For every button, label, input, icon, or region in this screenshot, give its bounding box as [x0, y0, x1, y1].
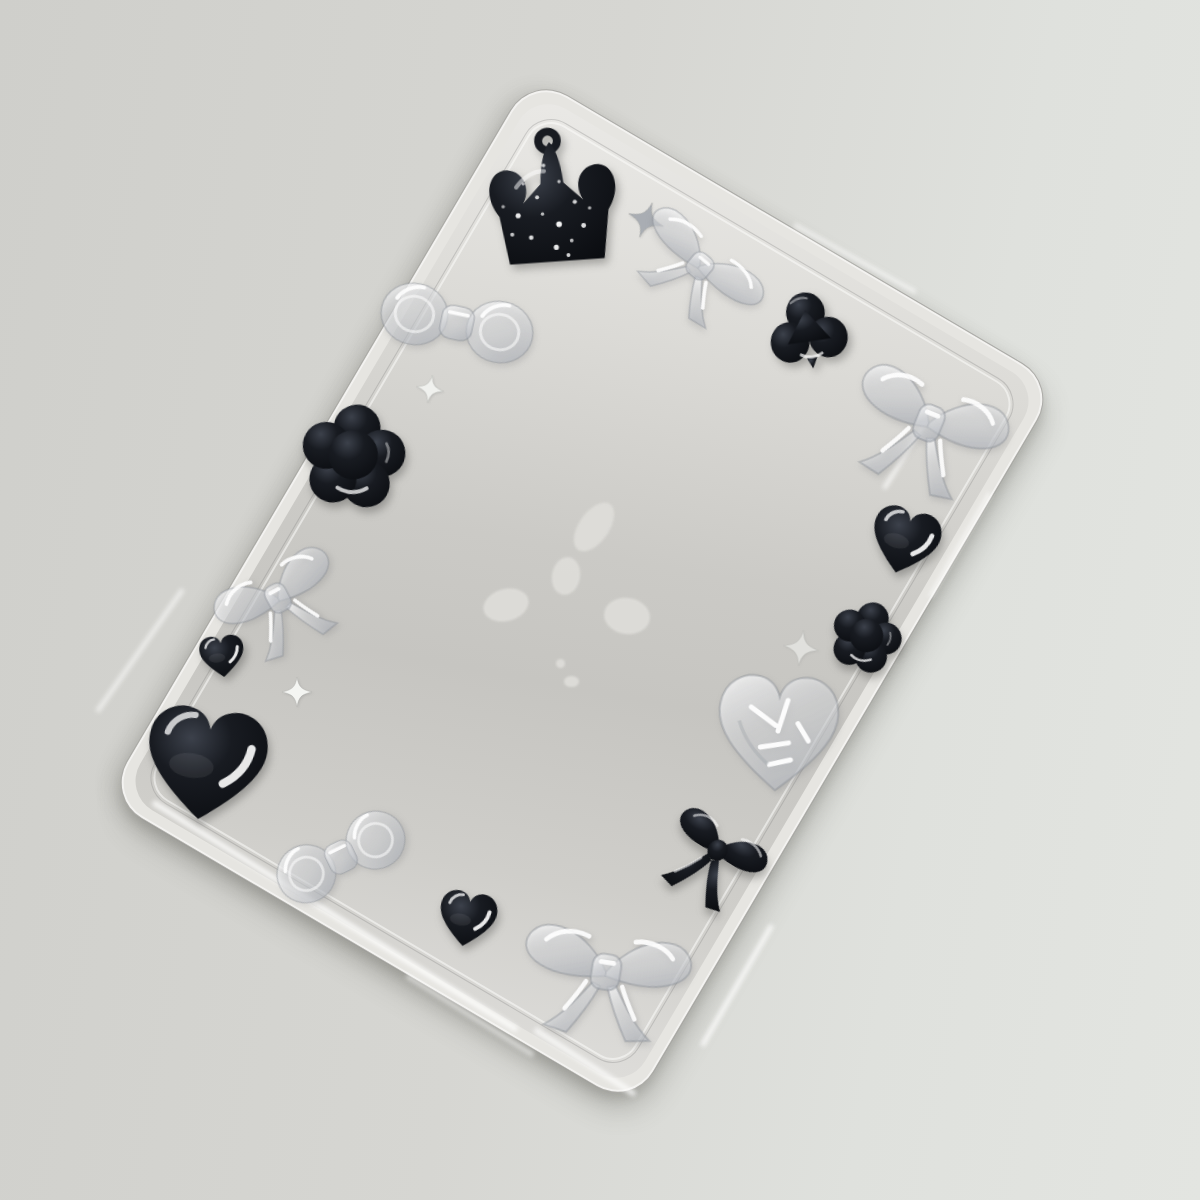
sparkle-right	[780, 627, 823, 670]
sparkle-left	[281, 676, 313, 708]
sparkle-upper-left	[413, 372, 448, 407]
black-heart-small-left	[194, 629, 251, 681]
glue-spot-6	[564, 676, 579, 687]
photo-scene	[0, 0, 1200, 1200]
black-club-charm	[760, 282, 855, 381]
black-heart-bottom	[429, 882, 506, 955]
glue-spot-5	[556, 659, 565, 668]
black-flower-left	[290, 394, 416, 520]
black-heart-large-left	[128, 690, 284, 834]
clear-heart-right	[705, 662, 852, 799]
clear-bow-bottom	[497, 883, 714, 1062]
